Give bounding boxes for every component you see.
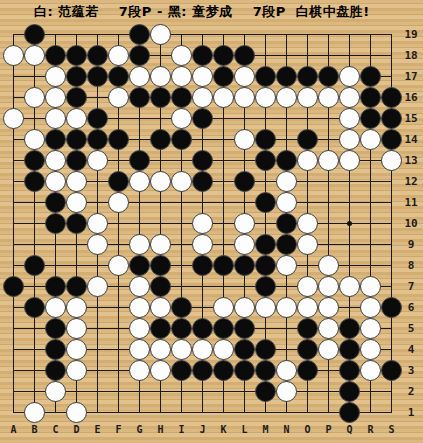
intersection-F5[interactable]: [108, 318, 129, 339]
intersection-C16[interactable]: [45, 87, 66, 108]
intersection-D3[interactable]: [66, 360, 87, 381]
intersection-P8[interactable]: [318, 255, 339, 276]
intersection-G18[interactable]: [129, 45, 150, 66]
intersection-Q10[interactable]: [339, 213, 360, 234]
intersection-K3[interactable]: [213, 360, 234, 381]
intersection-I6[interactable]: [171, 297, 192, 318]
intersection-S12[interactable]: [381, 171, 402, 192]
intersection-K7[interactable]: [213, 276, 234, 297]
intersection-C10[interactable]: [45, 213, 66, 234]
intersection-C8[interactable]: [45, 255, 66, 276]
intersection-M12[interactable]: [255, 171, 276, 192]
intersection-N19[interactable]: [276, 24, 297, 45]
intersection-Q9[interactable]: [339, 234, 360, 255]
intersection-S11[interactable]: [381, 192, 402, 213]
intersection-D13[interactable]: [66, 150, 87, 171]
intersection-B17[interactable]: [24, 66, 45, 87]
intersection-S7[interactable]: [381, 276, 402, 297]
intersection-A4[interactable]: [3, 339, 24, 360]
intersection-J9[interactable]: [192, 234, 213, 255]
intersection-I17[interactable]: [171, 66, 192, 87]
intersection-M9[interactable]: [255, 234, 276, 255]
intersection-O17[interactable]: [297, 66, 318, 87]
intersection-K16[interactable]: [213, 87, 234, 108]
intersection-C11[interactable]: [45, 192, 66, 213]
intersection-J15[interactable]: [192, 108, 213, 129]
intersection-N4[interactable]: [276, 339, 297, 360]
intersection-Q19[interactable]: [339, 24, 360, 45]
intersection-E1[interactable]: [87, 402, 108, 423]
intersection-H1[interactable]: [150, 402, 171, 423]
intersection-Q7[interactable]: [339, 276, 360, 297]
intersection-G10[interactable]: [129, 213, 150, 234]
intersection-E3[interactable]: [87, 360, 108, 381]
intersection-J10[interactable]: [192, 213, 213, 234]
intersection-S3[interactable]: [381, 360, 402, 381]
intersection-O10[interactable]: [297, 213, 318, 234]
intersection-D7[interactable]: [66, 276, 87, 297]
intersection-F6[interactable]: [108, 297, 129, 318]
intersection-H11[interactable]: [150, 192, 171, 213]
intersection-Q4[interactable]: [339, 339, 360, 360]
intersection-B1[interactable]: [24, 402, 45, 423]
intersection-E2[interactable]: [87, 381, 108, 402]
intersection-N9[interactable]: [276, 234, 297, 255]
intersection-E4[interactable]: [87, 339, 108, 360]
intersection-K6[interactable]: [213, 297, 234, 318]
intersection-B15[interactable]: [24, 108, 45, 129]
intersection-S10[interactable]: [381, 213, 402, 234]
intersection-Q5[interactable]: [339, 318, 360, 339]
intersection-M11[interactable]: [255, 192, 276, 213]
intersection-Q1[interactable]: [339, 402, 360, 423]
intersection-O15[interactable]: [297, 108, 318, 129]
intersection-H7[interactable]: [150, 276, 171, 297]
intersection-H19[interactable]: [150, 24, 171, 45]
intersection-K4[interactable]: [213, 339, 234, 360]
intersection-D18[interactable]: [66, 45, 87, 66]
intersection-S19[interactable]: [381, 24, 402, 45]
intersection-O3[interactable]: [297, 360, 318, 381]
intersection-F16[interactable]: [108, 87, 129, 108]
intersection-D19[interactable]: [66, 24, 87, 45]
intersection-J12[interactable]: [192, 171, 213, 192]
intersection-N18[interactable]: [276, 45, 297, 66]
intersection-B7[interactable]: [24, 276, 45, 297]
intersection-Q16[interactable]: [339, 87, 360, 108]
intersection-G2[interactable]: [129, 381, 150, 402]
intersection-J8[interactable]: [192, 255, 213, 276]
intersection-I5[interactable]: [171, 318, 192, 339]
intersection-G5[interactable]: [129, 318, 150, 339]
intersection-S14[interactable]: [381, 129, 402, 150]
intersection-P15[interactable]: [318, 108, 339, 129]
intersection-A16[interactable]: [3, 87, 24, 108]
intersection-N5[interactable]: [276, 318, 297, 339]
intersection-E8[interactable]: [87, 255, 108, 276]
intersection-K10[interactable]: [213, 213, 234, 234]
intersection-Q14[interactable]: [339, 129, 360, 150]
intersection-S2[interactable]: [381, 381, 402, 402]
intersection-P3[interactable]: [318, 360, 339, 381]
intersection-H17[interactable]: [150, 66, 171, 87]
intersection-Q18[interactable]: [339, 45, 360, 66]
intersection-J3[interactable]: [192, 360, 213, 381]
intersection-A17[interactable]: [3, 66, 24, 87]
intersection-H8[interactable]: [150, 255, 171, 276]
intersection-S9[interactable]: [381, 234, 402, 255]
intersection-F3[interactable]: [108, 360, 129, 381]
intersection-R4[interactable]: [360, 339, 381, 360]
intersection-K19[interactable]: [213, 24, 234, 45]
intersection-M13[interactable]: [255, 150, 276, 171]
intersection-R7[interactable]: [360, 276, 381, 297]
intersection-J1[interactable]: [192, 402, 213, 423]
intersection-M16[interactable]: [255, 87, 276, 108]
intersection-B11[interactable]: [24, 192, 45, 213]
intersection-C18[interactable]: [45, 45, 66, 66]
intersection-Q6[interactable]: [339, 297, 360, 318]
intersection-D4[interactable]: [66, 339, 87, 360]
intersection-K13[interactable]: [213, 150, 234, 171]
intersection-A14[interactable]: [3, 129, 24, 150]
intersection-D9[interactable]: [66, 234, 87, 255]
intersection-E12[interactable]: [87, 171, 108, 192]
intersection-C12[interactable]: [45, 171, 66, 192]
intersection-R5[interactable]: [360, 318, 381, 339]
intersection-A1[interactable]: [3, 402, 24, 423]
intersection-Q13[interactable]: [339, 150, 360, 171]
intersection-C3[interactable]: [45, 360, 66, 381]
intersection-J16[interactable]: [192, 87, 213, 108]
intersection-H3[interactable]: [150, 360, 171, 381]
intersection-N17[interactable]: [276, 66, 297, 87]
intersection-M15[interactable]: [255, 108, 276, 129]
intersection-G12[interactable]: [129, 171, 150, 192]
intersection-N11[interactable]: [276, 192, 297, 213]
intersection-J18[interactable]: [192, 45, 213, 66]
intersection-N6[interactable]: [276, 297, 297, 318]
intersection-P14[interactable]: [318, 129, 339, 150]
intersection-F12[interactable]: [108, 171, 129, 192]
intersection-B18[interactable]: [24, 45, 45, 66]
intersection-B8[interactable]: [24, 255, 45, 276]
intersection-I12[interactable]: [171, 171, 192, 192]
intersection-I9[interactable]: [171, 234, 192, 255]
intersection-B5[interactable]: [24, 318, 45, 339]
intersection-E9[interactable]: [87, 234, 108, 255]
intersection-H16[interactable]: [150, 87, 171, 108]
intersection-O9[interactable]: [297, 234, 318, 255]
intersection-P5[interactable]: [318, 318, 339, 339]
intersection-P19[interactable]: [318, 24, 339, 45]
intersection-A9[interactable]: [3, 234, 24, 255]
intersection-D1[interactable]: [66, 402, 87, 423]
intersection-J7[interactable]: [192, 276, 213, 297]
intersection-G19[interactable]: [129, 24, 150, 45]
intersection-C14[interactable]: [45, 129, 66, 150]
intersection-O8[interactable]: [297, 255, 318, 276]
intersection-S1[interactable]: [381, 402, 402, 423]
intersection-S15[interactable]: [381, 108, 402, 129]
intersection-A15[interactable]: [3, 108, 24, 129]
intersection-P7[interactable]: [318, 276, 339, 297]
intersection-N13[interactable]: [276, 150, 297, 171]
intersection-O4[interactable]: [297, 339, 318, 360]
intersection-H2[interactable]: [150, 381, 171, 402]
intersection-K18[interactable]: [213, 45, 234, 66]
intersection-Q12[interactable]: [339, 171, 360, 192]
intersection-N16[interactable]: [276, 87, 297, 108]
intersection-I15[interactable]: [171, 108, 192, 129]
intersection-K12[interactable]: [213, 171, 234, 192]
intersection-L19[interactable]: [234, 24, 255, 45]
intersection-F11[interactable]: [108, 192, 129, 213]
go-board[interactable]: [3, 24, 402, 423]
intersection-N7[interactable]: [276, 276, 297, 297]
intersection-J19[interactable]: [192, 24, 213, 45]
intersection-J11[interactable]: [192, 192, 213, 213]
intersection-N3[interactable]: [276, 360, 297, 381]
intersection-O11[interactable]: [297, 192, 318, 213]
intersection-B16[interactable]: [24, 87, 45, 108]
intersection-Q17[interactable]: [339, 66, 360, 87]
intersection-K17[interactable]: [213, 66, 234, 87]
intersection-N12[interactable]: [276, 171, 297, 192]
intersection-K9[interactable]: [213, 234, 234, 255]
intersection-G7[interactable]: [129, 276, 150, 297]
intersection-P12[interactable]: [318, 171, 339, 192]
intersection-I13[interactable]: [171, 150, 192, 171]
intersection-A12[interactable]: [3, 171, 24, 192]
intersection-F9[interactable]: [108, 234, 129, 255]
intersection-H9[interactable]: [150, 234, 171, 255]
intersection-G13[interactable]: [129, 150, 150, 171]
intersection-A10[interactable]: [3, 213, 24, 234]
intersection-S13[interactable]: [381, 150, 402, 171]
intersection-P9[interactable]: [318, 234, 339, 255]
intersection-R14[interactable]: [360, 129, 381, 150]
intersection-O13[interactable]: [297, 150, 318, 171]
intersection-G15[interactable]: [129, 108, 150, 129]
intersection-O7[interactable]: [297, 276, 318, 297]
intersection-G8[interactable]: [129, 255, 150, 276]
intersection-L12[interactable]: [234, 171, 255, 192]
intersection-K11[interactable]: [213, 192, 234, 213]
intersection-E6[interactable]: [87, 297, 108, 318]
intersection-F7[interactable]: [108, 276, 129, 297]
intersection-C4[interactable]: [45, 339, 66, 360]
intersection-L18[interactable]: [234, 45, 255, 66]
intersection-O1[interactable]: [297, 402, 318, 423]
intersection-F13[interactable]: [108, 150, 129, 171]
intersection-M8[interactable]: [255, 255, 276, 276]
intersection-H13[interactable]: [150, 150, 171, 171]
intersection-P1[interactable]: [318, 402, 339, 423]
intersection-O16[interactable]: [297, 87, 318, 108]
intersection-P17[interactable]: [318, 66, 339, 87]
intersection-Q15[interactable]: [339, 108, 360, 129]
intersection-L15[interactable]: [234, 108, 255, 129]
intersection-I10[interactable]: [171, 213, 192, 234]
intersection-D5[interactable]: [66, 318, 87, 339]
intersection-N14[interactable]: [276, 129, 297, 150]
intersection-I2[interactable]: [171, 381, 192, 402]
intersection-H14[interactable]: [150, 129, 171, 150]
intersection-J5[interactable]: [192, 318, 213, 339]
intersection-M4[interactable]: [255, 339, 276, 360]
intersection-F1[interactable]: [108, 402, 129, 423]
intersection-M1[interactable]: [255, 402, 276, 423]
intersection-B13[interactable]: [24, 150, 45, 171]
intersection-R8[interactable]: [360, 255, 381, 276]
intersection-B14[interactable]: [24, 129, 45, 150]
intersection-M7[interactable]: [255, 276, 276, 297]
intersection-S5[interactable]: [381, 318, 402, 339]
intersection-O2[interactable]: [297, 381, 318, 402]
intersection-E10[interactable]: [87, 213, 108, 234]
intersection-G17[interactable]: [129, 66, 150, 87]
intersection-S16[interactable]: [381, 87, 402, 108]
intersection-Q2[interactable]: [339, 381, 360, 402]
intersection-K8[interactable]: [213, 255, 234, 276]
intersection-O18[interactable]: [297, 45, 318, 66]
intersection-E16[interactable]: [87, 87, 108, 108]
intersection-S17[interactable]: [381, 66, 402, 87]
intersection-C15[interactable]: [45, 108, 66, 129]
intersection-M19[interactable]: [255, 24, 276, 45]
intersection-J2[interactable]: [192, 381, 213, 402]
intersection-R9[interactable]: [360, 234, 381, 255]
intersection-E17[interactable]: [87, 66, 108, 87]
intersection-A11[interactable]: [3, 192, 24, 213]
intersection-M17[interactable]: [255, 66, 276, 87]
intersection-O12[interactable]: [297, 171, 318, 192]
intersection-M2[interactable]: [255, 381, 276, 402]
intersection-H10[interactable]: [150, 213, 171, 234]
intersection-R18[interactable]: [360, 45, 381, 66]
intersection-F15[interactable]: [108, 108, 129, 129]
intersection-Q11[interactable]: [339, 192, 360, 213]
intersection-K15[interactable]: [213, 108, 234, 129]
intersection-L7[interactable]: [234, 276, 255, 297]
intersection-R16[interactable]: [360, 87, 381, 108]
intersection-H15[interactable]: [150, 108, 171, 129]
intersection-I16[interactable]: [171, 87, 192, 108]
intersection-I7[interactable]: [171, 276, 192, 297]
intersection-N10[interactable]: [276, 213, 297, 234]
intersection-H4[interactable]: [150, 339, 171, 360]
intersection-E14[interactable]: [87, 129, 108, 150]
intersection-Q3[interactable]: [339, 360, 360, 381]
intersection-F14[interactable]: [108, 129, 129, 150]
intersection-L14[interactable]: [234, 129, 255, 150]
intersection-K14[interactable]: [213, 129, 234, 150]
intersection-L2[interactable]: [234, 381, 255, 402]
intersection-E19[interactable]: [87, 24, 108, 45]
intersection-F19[interactable]: [108, 24, 129, 45]
intersection-R19[interactable]: [360, 24, 381, 45]
intersection-H6[interactable]: [150, 297, 171, 318]
intersection-F2[interactable]: [108, 381, 129, 402]
intersection-C13[interactable]: [45, 150, 66, 171]
intersection-B10[interactable]: [24, 213, 45, 234]
intersection-P16[interactable]: [318, 87, 339, 108]
intersection-F18[interactable]: [108, 45, 129, 66]
intersection-S8[interactable]: [381, 255, 402, 276]
intersection-R6[interactable]: [360, 297, 381, 318]
intersection-G6[interactable]: [129, 297, 150, 318]
intersection-L11[interactable]: [234, 192, 255, 213]
intersection-R2[interactable]: [360, 381, 381, 402]
intersection-F17[interactable]: [108, 66, 129, 87]
intersection-L3[interactable]: [234, 360, 255, 381]
intersection-J13[interactable]: [192, 150, 213, 171]
intersection-D6[interactable]: [66, 297, 87, 318]
intersection-B19[interactable]: [24, 24, 45, 45]
intersection-A7[interactable]: [3, 276, 24, 297]
intersection-M14[interactable]: [255, 129, 276, 150]
intersection-B9[interactable]: [24, 234, 45, 255]
intersection-L4[interactable]: [234, 339, 255, 360]
intersection-G1[interactable]: [129, 402, 150, 423]
intersection-C7[interactable]: [45, 276, 66, 297]
intersection-B3[interactable]: [24, 360, 45, 381]
intersection-P11[interactable]: [318, 192, 339, 213]
intersection-P18[interactable]: [318, 45, 339, 66]
intersection-L5[interactable]: [234, 318, 255, 339]
intersection-F4[interactable]: [108, 339, 129, 360]
intersection-G14[interactable]: [129, 129, 150, 150]
intersection-K2[interactable]: [213, 381, 234, 402]
intersection-I11[interactable]: [171, 192, 192, 213]
intersection-B6[interactable]: [24, 297, 45, 318]
intersection-P2[interactable]: [318, 381, 339, 402]
intersection-R15[interactable]: [360, 108, 381, 129]
intersection-L16[interactable]: [234, 87, 255, 108]
intersection-L8[interactable]: [234, 255, 255, 276]
intersection-J17[interactable]: [192, 66, 213, 87]
intersection-L10[interactable]: [234, 213, 255, 234]
intersection-R11[interactable]: [360, 192, 381, 213]
intersection-E11[interactable]: [87, 192, 108, 213]
intersection-C1[interactable]: [45, 402, 66, 423]
intersection-F8[interactable]: [108, 255, 129, 276]
intersection-L17[interactable]: [234, 66, 255, 87]
intersection-F10[interactable]: [108, 213, 129, 234]
intersection-G9[interactable]: [129, 234, 150, 255]
intersection-A2[interactable]: [3, 381, 24, 402]
intersection-J14[interactable]: [192, 129, 213, 150]
intersection-E5[interactable]: [87, 318, 108, 339]
intersection-M5[interactable]: [255, 318, 276, 339]
intersection-R13[interactable]: [360, 150, 381, 171]
intersection-A13[interactable]: [3, 150, 24, 171]
intersection-P13[interactable]: [318, 150, 339, 171]
intersection-G11[interactable]: [129, 192, 150, 213]
intersection-I3[interactable]: [171, 360, 192, 381]
intersection-R3[interactable]: [360, 360, 381, 381]
intersection-C6[interactable]: [45, 297, 66, 318]
intersection-A5[interactable]: [3, 318, 24, 339]
intersection-N1[interactable]: [276, 402, 297, 423]
intersection-M3[interactable]: [255, 360, 276, 381]
intersection-D17[interactable]: [66, 66, 87, 87]
intersection-C5[interactable]: [45, 318, 66, 339]
intersection-C17[interactable]: [45, 66, 66, 87]
intersection-Q8[interactable]: [339, 255, 360, 276]
intersection-D15[interactable]: [66, 108, 87, 129]
